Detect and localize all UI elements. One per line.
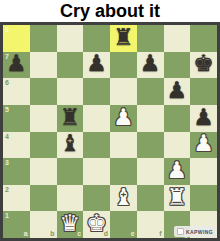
square-d6[interactable] <box>83 78 110 105</box>
file-label-a: a <box>24 230 28 237</box>
square-g8[interactable] <box>164 25 191 52</box>
file-label-b: b <box>50 230 54 237</box>
rank-label-3: 3 <box>5 159 9 166</box>
square-b6[interactable] <box>30 78 57 105</box>
square-f2[interactable] <box>137 185 164 212</box>
square-a4[interactable]: 4 <box>3 132 30 159</box>
square-c5[interactable]: ♜ <box>57 105 84 132</box>
rank-label-8: 8 <box>5 26 9 33</box>
white-king-piece[interactable]: ♚ <box>86 212 107 235</box>
rank-label-4: 4 <box>5 133 9 140</box>
square-c8[interactable] <box>57 25 84 52</box>
black-rook-piece[interactable]: ♜ <box>113 26 134 49</box>
rank-label-6: 6 <box>5 79 9 86</box>
square-b3[interactable] <box>30 158 57 185</box>
square-g5[interactable] <box>164 105 191 132</box>
rank-label-2: 2 <box>5 186 9 193</box>
square-b7[interactable] <box>30 52 57 79</box>
white-rook-piece[interactable]: ♜ <box>167 186 188 209</box>
black-pawn-piece[interactable]: ♟ <box>167 79 188 102</box>
square-f5[interactable] <box>137 105 164 132</box>
white-pawn-piece[interactable]: ♟ <box>167 159 188 182</box>
square-c2[interactable] <box>57 185 84 212</box>
white-bishop-piece[interactable]: ♝ <box>113 186 134 209</box>
square-e4[interactable] <box>110 132 137 159</box>
square-e7[interactable] <box>110 52 137 79</box>
black-pawn-piece[interactable]: ♟ <box>140 52 161 75</box>
square-c1[interactable]: c♛ <box>57 211 84 238</box>
square-e1[interactable]: e <box>110 211 137 238</box>
black-rook-piece[interactable]: ♜ <box>60 106 81 129</box>
square-a8[interactable]: 8 <box>3 25 30 52</box>
square-b4[interactable] <box>30 132 57 159</box>
square-d7[interactable]: ♟ <box>83 52 110 79</box>
rank-label-1: 1 <box>5 212 9 219</box>
square-g4[interactable] <box>164 132 191 159</box>
square-d2[interactable] <box>83 185 110 212</box>
square-a6[interactable]: 6 <box>3 78 30 105</box>
square-f4[interactable] <box>137 132 164 159</box>
square-h5[interactable]: ♟ <box>190 105 217 132</box>
square-a3[interactable]: 3 <box>3 158 30 185</box>
black-pawn-piece[interactable]: ♟ <box>86 52 107 75</box>
kapwing-logo-icon <box>177 228 184 235</box>
square-f6[interactable] <box>137 78 164 105</box>
square-h7[interactable]: ♚ <box>190 52 217 79</box>
square-c4[interactable]: ♝ <box>57 132 84 159</box>
square-a7[interactable]: 7♟ <box>3 52 30 79</box>
white-pawn-piece[interactable]: ♟ <box>193 132 214 155</box>
square-b2[interactable] <box>30 185 57 212</box>
square-f8[interactable] <box>137 25 164 52</box>
square-g3[interactable]: ♟ <box>164 158 191 185</box>
square-g7[interactable] <box>164 52 191 79</box>
square-d3[interactable] <box>83 158 110 185</box>
black-pawn-piece[interactable]: ♟ <box>6 52 27 75</box>
black-king-piece[interactable]: ♚ <box>193 52 214 75</box>
black-bishop-piece[interactable]: ♝ <box>60 132 81 155</box>
square-h8[interactable] <box>190 25 217 52</box>
square-g2[interactable]: ♜ <box>164 185 191 212</box>
square-a5[interactable]: 5 <box>3 105 30 132</box>
file-label-f: f <box>159 230 161 237</box>
square-g6[interactable]: ♟ <box>164 78 191 105</box>
square-e6[interactable] <box>110 78 137 105</box>
file-label-e: e <box>131 230 135 237</box>
square-b8[interactable] <box>30 25 57 52</box>
square-e8[interactable]: ♜ <box>110 25 137 52</box>
square-e5[interactable]: ♟ <box>110 105 137 132</box>
square-h4[interactable]: ♟ <box>190 132 217 159</box>
rank-label-5: 5 <box>5 106 9 113</box>
square-a2[interactable]: 2 <box>3 185 30 212</box>
white-queen-piece[interactable]: ♛ <box>60 212 81 235</box>
square-e3[interactable] <box>110 158 137 185</box>
square-f1[interactable]: f <box>137 211 164 238</box>
square-d5[interactable] <box>83 105 110 132</box>
square-e2[interactable]: ♝ <box>110 185 137 212</box>
square-d4[interactable] <box>83 132 110 159</box>
square-a1[interactable]: 1a <box>3 211 30 238</box>
watermark-text: KAPWING <box>186 229 213 235</box>
page-title: Cry about it <box>0 0 220 22</box>
square-h2[interactable] <box>190 185 217 212</box>
square-f7[interactable]: ♟ <box>137 52 164 79</box>
square-f3[interactable] <box>137 158 164 185</box>
square-h3[interactable] <box>190 158 217 185</box>
square-d1[interactable]: d♚ <box>83 211 110 238</box>
square-c6[interactable] <box>57 78 84 105</box>
kapwing-watermark: KAPWING <box>174 226 216 237</box>
square-c7[interactable] <box>57 52 84 79</box>
square-c3[interactable] <box>57 158 84 185</box>
square-h6[interactable] <box>190 78 217 105</box>
chess-board: 8♜7♟♟♟♚6♟5♜♟♟4♝♟3♟2♝♜1abc♛d♚efgh <box>0 22 220 241</box>
square-d8[interactable] <box>83 25 110 52</box>
screenshot-stage: Cry about it 8♜7♟♟♟♚6♟5♜♟♟4♝♟3♟2♝♜1abc♛d… <box>0 0 220 241</box>
black-pawn-piece[interactable]: ♟ <box>193 106 214 129</box>
white-pawn-piece[interactable]: ♟ <box>113 106 134 129</box>
square-b1[interactable]: b <box>30 211 57 238</box>
square-b5[interactable] <box>30 105 57 132</box>
